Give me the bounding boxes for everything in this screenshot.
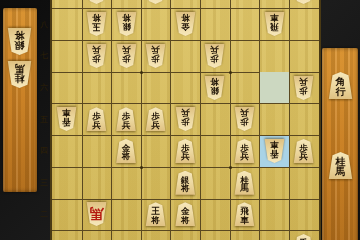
piece-金将-gote[interactable]: 金将 (116, 139, 137, 163)
square-9-7[interactable] (289, 40, 318, 71)
square-8-2[interactable] (259, 199, 288, 230)
piece-face: 歩兵 (293, 76, 314, 100)
piece-kanji: 玉将 (92, 14, 101, 31)
piece-face: 歩兵 (145, 44, 166, 68)
square-3-3[interactable] (111, 167, 140, 198)
square-1-9[interactable] (52, 0, 81, 8)
piece-kanji: 歩兵 (92, 112, 101, 129)
square-5-6[interactable] (170, 72, 199, 103)
piece-face: 歩兵 (116, 44, 137, 68)
sente-piece-stand: 銀将桂馬 (3, 8, 37, 192)
square-8-7[interactable] (259, 40, 288, 71)
piece-kanji: 銀将 (211, 78, 220, 95)
piece-kanji: 歩兵 (181, 109, 190, 126)
square-5-9[interactable] (170, 0, 199, 8)
piece-歩兵-sente[interactable]: 歩兵 (86, 44, 107, 68)
rank-label-7: 七 (38, 51, 50, 60)
piece-face: 歩兵 (204, 44, 225, 68)
piece-face: 桂馬 (7, 61, 32, 88)
rank-label-4: 四 (38, 146, 50, 155)
piece-face: 歩兵 (293, 139, 314, 163)
rank-label-8: 八 (38, 20, 50, 29)
rank-label-5: 五 (38, 115, 50, 124)
piece-kanji: 王将 (151, 207, 160, 224)
piece-kanji: 銀将 (181, 176, 190, 193)
piece-kanji: 歩兵 (122, 46, 131, 63)
square-1-2[interactable] (52, 199, 81, 230)
piece-kanji: 金将 (122, 144, 131, 161)
piece-香車-sente[interactable]: 香車 (264, 139, 285, 163)
piece-kanji: 歩兵 (240, 144, 249, 161)
piece-face: 歩兵 (234, 107, 255, 131)
piece-face: 飛車 (234, 202, 255, 226)
piece-face: 銀将 (175, 171, 196, 195)
shogi-app: 銀将桂馬 角行桂馬 桂馬金将香車玉将銀将金将飛車歩兵歩兵歩兵歩兵銀将歩兵香車歩兵… (0, 0, 360, 240)
piece-金将-sente[interactable]: 金将 (145, 0, 166, 4)
square-6-2[interactable] (200, 199, 229, 230)
piece-歩兵-gote[interactable]: 歩兵 (234, 139, 255, 163)
square-3-2[interactable] (111, 199, 140, 230)
square-8-5[interactable] (259, 103, 288, 134)
piece-face: 歩兵 (145, 107, 166, 131)
square-1-1[interactable] (52, 230, 81, 240)
square-6-8[interactable] (200, 8, 229, 39)
piece-王将-gote[interactable]: 王将 (145, 202, 166, 226)
piece-歩兵-sente[interactable]: 歩兵 (234, 107, 255, 131)
square-7-7[interactable] (230, 40, 259, 71)
piece-kanji: 桂馬 (240, 176, 249, 193)
piece-face: 飛車 (264, 12, 285, 36)
piece-銀将-sente[interactable]: 銀将 (116, 12, 137, 36)
square-1-3[interactable] (52, 167, 81, 198)
piece-桂馬-sente[interactable]: 桂馬 (86, 0, 107, 4)
rank-label-3: 三 (38, 178, 50, 187)
piece-face: 金将 (145, 0, 166, 4)
piece-kanji: 歩兵 (122, 112, 131, 129)
square-3-1[interactable] (111, 230, 140, 240)
square-7-6[interactable] (230, 72, 259, 103)
piece-face: 歩兵 (234, 139, 255, 163)
square-9-5[interactable] (289, 103, 318, 134)
piece-銀将-sente[interactable]: 銀将 (7, 28, 32, 55)
square-7-1[interactable] (230, 230, 259, 240)
square-2-3[interactable] (82, 167, 111, 198)
piece-kanji: 飛車 (240, 207, 249, 224)
piece-face: 歩兵 (86, 44, 107, 68)
piece-kanji: 香車 (270, 141, 279, 158)
square-6-3[interactable] (200, 167, 229, 198)
piece-kanji: 桂馬 (336, 157, 346, 177)
square-9-2[interactable] (289, 199, 318, 230)
piece-kanji: 歩兵 (151, 112, 160, 129)
piece-face: 桂馬 (86, 0, 107, 4)
piece-face: 金将 (116, 139, 137, 163)
piece-飛車-gote[interactable]: 飛車 (234, 202, 255, 226)
piece-kanji: 香車 (63, 109, 72, 126)
piece-kanji: 歩兵 (240, 109, 249, 126)
square-6-1[interactable] (200, 230, 229, 240)
piece-歩兵-sente[interactable]: 歩兵 (116, 44, 137, 68)
piece-kanji: 桂馬 (15, 63, 25, 83)
piece-face: 桂馬 (234, 171, 255, 195)
piece-face: 香車 (293, 234, 314, 240)
square-1-6[interactable] (52, 72, 81, 103)
shogi-board[interactable]: 桂馬金将香車玉将銀将金将飛車歩兵歩兵歩兵歩兵銀将歩兵香車歩兵歩兵歩兵歩兵歩兵金将… (50, 0, 321, 240)
piece-face: 桂馬 (328, 152, 353, 179)
square-6-4[interactable] (200, 135, 229, 166)
piece-kanji: 歩兵 (181, 144, 190, 161)
piece-kanji: 歩兵 (92, 46, 101, 63)
piece-角行-gote[interactable]: 角行 (328, 72, 353, 99)
square-1-8[interactable] (52, 8, 81, 39)
piece-歩兵-gote[interactable]: 歩兵 (293, 139, 314, 163)
square-5-7[interactable] (170, 40, 199, 71)
square-6-5[interactable] (200, 103, 229, 134)
square-8-3[interactable] (259, 167, 288, 198)
piece-kanji: 金将 (181, 14, 190, 31)
piece-face: 金将 (175, 202, 196, 226)
piece-歩兵-sente[interactable]: 歩兵 (293, 76, 314, 100)
piece-face: 歩兵 (175, 107, 196, 131)
piece-kanji: 歩兵 (211, 46, 220, 63)
piece-kanji: 銀将 (122, 14, 131, 31)
piece-face: 香車 (264, 139, 285, 163)
square-7-9[interactable] (230, 0, 259, 8)
piece-歩兵-sente[interactable]: 歩兵 (145, 44, 166, 68)
piece-face: 歩兵 (175, 139, 196, 163)
piece-金将-sente[interactable]: 金将 (175, 12, 196, 36)
piece-香車-sente[interactable]: 香車 (56, 107, 77, 131)
piece-桂馬-sente[interactable]: 桂馬 (7, 61, 32, 88)
square-6-9[interactable] (200, 0, 229, 8)
piece-香車-gote[interactable]: 香車 (293, 234, 314, 240)
square-1-7[interactable] (52, 40, 81, 71)
square-7-8[interactable] (230, 8, 259, 39)
square-8-9[interactable] (259, 0, 288, 8)
piece-face: 銀将 (7, 28, 32, 55)
square-1-4[interactable] (52, 135, 81, 166)
piece-歩兵-sente[interactable]: 歩兵 (204, 44, 225, 68)
piece-桂馬-gote[interactable]: 桂馬 (328, 152, 353, 179)
square-4-8[interactable] (141, 8, 170, 39)
piece-kanji: 歩兵 (151, 46, 160, 63)
square-4-6[interactable] (141, 72, 170, 103)
gote-piece-stand: 角行桂馬 (322, 48, 358, 240)
square-4-3[interactable] (141, 167, 170, 198)
piece-歩兵-gote[interactable]: 歩兵 (175, 139, 196, 163)
square-2-4[interactable] (82, 135, 111, 166)
square-4-4[interactable] (141, 135, 170, 166)
piece-face: 香車 (56, 107, 77, 131)
rank-label-2: 二 (38, 210, 50, 219)
piece-歩兵-gote[interactable]: 歩兵 (86, 107, 107, 131)
piece-kanji: 歩兵 (299, 78, 308, 95)
square-8-6[interactable] (259, 72, 288, 103)
piece-飛車-sente[interactable]: 飛車 (264, 12, 285, 36)
square-3-6[interactable] (111, 72, 140, 103)
square-9-3[interactable] (289, 167, 318, 198)
piece-銀将-gote[interactable]: 銀将 (175, 171, 196, 195)
piece-kanji: 角行 (336, 77, 346, 97)
piece-歩兵-gote[interactable]: 歩兵 (116, 107, 137, 131)
piece-香車-sente[interactable]: 香車 (293, 0, 314, 4)
rank-label-6: 六 (38, 83, 50, 92)
piece-kanji: 飛車 (270, 14, 279, 31)
square-2-1[interactable] (82, 230, 111, 240)
piece-face: 香車 (293, 0, 314, 4)
piece-face: 銀将 (116, 12, 137, 36)
square-3-9[interactable] (111, 0, 140, 8)
square-8-1[interactable] (259, 230, 288, 240)
piece-桂馬-gote[interactable]: 桂馬 (234, 171, 255, 195)
piece-kanji: 馬 (89, 206, 103, 220)
piece-face: 王将 (145, 202, 166, 226)
piece-face: 角行 (328, 72, 353, 99)
square-9-8[interactable] (289, 8, 318, 39)
piece-kanji: 銀将 (15, 30, 25, 50)
piece-歩兵-sente[interactable]: 歩兵 (175, 107, 196, 131)
square-4-1[interactable] (141, 230, 170, 240)
piece-face: 歩兵 (116, 107, 137, 131)
piece-face: 馬 (86, 202, 107, 226)
square-5-1[interactable] (170, 230, 199, 240)
piece-face: 金将 (175, 12, 196, 36)
piece-馬-sente[interactable]: 馬 (86, 202, 107, 226)
piece-face: 銀将 (204, 76, 225, 100)
piece-金将-gote[interactable]: 金将 (175, 202, 196, 226)
piece-玉将-sente[interactable]: 玉将 (86, 12, 107, 36)
piece-face: 玉将 (86, 12, 107, 36)
piece-kanji: 歩兵 (299, 144, 308, 161)
square-2-6[interactable] (82, 72, 111, 103)
piece-銀将-sente[interactable]: 銀将 (204, 76, 225, 100)
piece-歩兵-gote[interactable]: 歩兵 (145, 107, 166, 131)
piece-kanji: 金将 (181, 207, 190, 224)
piece-face: 歩兵 (86, 107, 107, 131)
